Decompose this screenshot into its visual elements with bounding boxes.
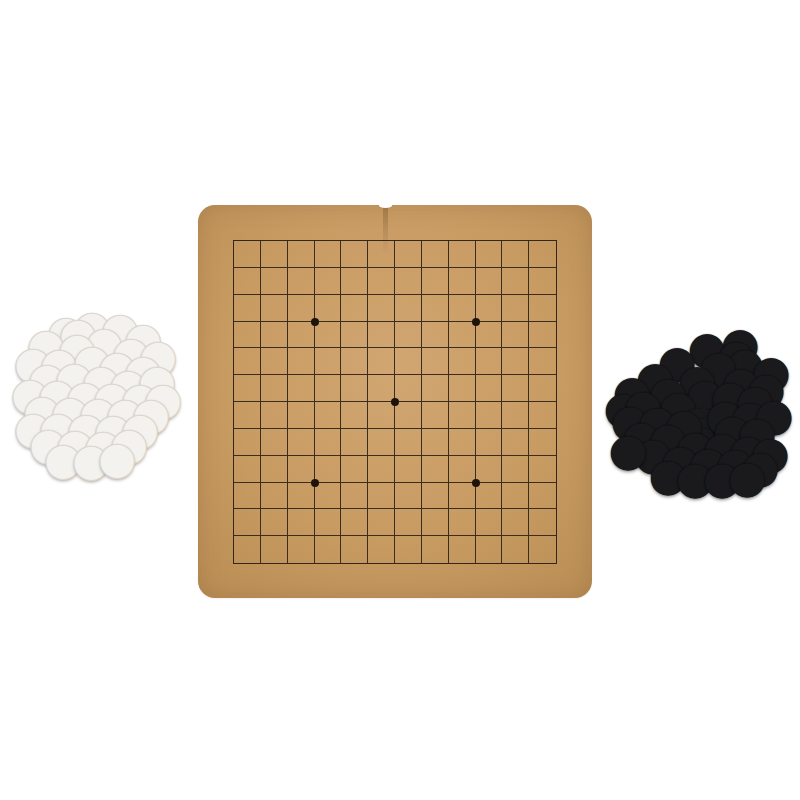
board-cell: [502, 536, 529, 563]
board-cell: [449, 241, 476, 268]
board-cell: [234, 322, 261, 349]
board-cell: [234, 456, 261, 483]
board-cell: [368, 536, 395, 563]
board-cell: [395, 268, 422, 295]
board-cell: [368, 375, 395, 402]
board-cell: [529, 536, 556, 563]
board-cell: [288, 456, 315, 483]
board-cell: [476, 429, 503, 456]
board-cell: [341, 509, 368, 536]
board-cell: [476, 348, 503, 375]
board-cell: [476, 456, 503, 483]
board-cell: [449, 483, 476, 510]
board-cell: [341, 268, 368, 295]
board-cell: [288, 509, 315, 536]
black-go-stone: ●: [731, 460, 763, 492]
board-cell: [395, 456, 422, 483]
board-cell: [288, 348, 315, 375]
board-cell: [315, 322, 342, 349]
star-point: [391, 398, 399, 406]
board-cell: [315, 375, 342, 402]
cloth-fold-notch: [379, 203, 392, 208]
board-cell: [502, 268, 529, 295]
board-cell: [529, 429, 556, 456]
go-board-grid: [233, 240, 557, 564]
board-cell: [449, 348, 476, 375]
board-cell: [449, 375, 476, 402]
board-cell: [341, 322, 368, 349]
board-cell: [395, 295, 422, 322]
board-cell: [476, 509, 503, 536]
board-cell: [288, 429, 315, 456]
board-cell: [341, 402, 368, 429]
board-cell: [341, 375, 368, 402]
board-cell: [341, 295, 368, 322]
board-cell: [234, 375, 261, 402]
board-cell: [476, 268, 503, 295]
board-cell: [368, 241, 395, 268]
board-cell: [234, 429, 261, 456]
board-cell: [288, 241, 315, 268]
board-cell: [261, 348, 288, 375]
board-cell: [341, 483, 368, 510]
board-cell: [261, 375, 288, 402]
board-cell: [422, 509, 449, 536]
board-cell: [341, 429, 368, 456]
board-cell: [315, 536, 342, 563]
board-cell: [315, 402, 342, 429]
board-cell: [368, 483, 395, 510]
board-cell: [476, 322, 503, 349]
board-cell: [502, 348, 529, 375]
board-cell: [476, 375, 503, 402]
board-cell: [368, 429, 395, 456]
board-cell: [476, 295, 503, 322]
board-cell: [502, 295, 529, 322]
board-cell: [288, 295, 315, 322]
board-cell: [395, 322, 422, 349]
board-cell: [341, 456, 368, 483]
board-cell: [422, 483, 449, 510]
board-cell: [288, 268, 315, 295]
board-cell: [261, 322, 288, 349]
board-cell: [395, 483, 422, 510]
board-cell: [502, 456, 529, 483]
board-cell: [422, 429, 449, 456]
board-cell: [234, 536, 261, 563]
board-cell: [529, 375, 556, 402]
board-cell: [529, 241, 556, 268]
board-cell: [261, 456, 288, 483]
board-cell: [449, 322, 476, 349]
board-cell: [368, 456, 395, 483]
board-cell: [368, 295, 395, 322]
board-cell: [261, 295, 288, 322]
board-cell: [261, 429, 288, 456]
board-cell: [449, 509, 476, 536]
board-cell: [422, 268, 449, 295]
board-cell: [234, 241, 261, 268]
board-cell: [315, 483, 342, 510]
board-cell: [422, 456, 449, 483]
go-set-product-photo: ●●●●●●●●●●●●●●●●●●●●●●●●●●●●●●●●●●●●●●●●…: [0, 0, 800, 800]
board-cell: [502, 322, 529, 349]
board-cell: [261, 483, 288, 510]
board-cell: [234, 348, 261, 375]
board-cell: [529, 348, 556, 375]
board-cell: [422, 295, 449, 322]
white-go-stone: ●: [101, 441, 133, 473]
board-cell: [315, 429, 342, 456]
board-cell: [288, 483, 315, 510]
board-cell: [422, 536, 449, 563]
board-cell: [395, 375, 422, 402]
board-cell: [422, 322, 449, 349]
board-cell: [395, 509, 422, 536]
board-cell: [288, 322, 315, 349]
board-cell: [368, 348, 395, 375]
star-point: [472, 479, 480, 487]
board-cell: [449, 268, 476, 295]
board-cell: [288, 402, 315, 429]
board-cell: [341, 241, 368, 268]
board-cell: [449, 536, 476, 563]
board-cell: [502, 241, 529, 268]
board-cell: [395, 348, 422, 375]
board-cell: [395, 402, 422, 429]
board-cell: [422, 348, 449, 375]
board-cell: [315, 241, 342, 268]
board-cell: [261, 509, 288, 536]
board-cell: [422, 375, 449, 402]
board-cell: [529, 268, 556, 295]
board-cell: [261, 241, 288, 268]
board-cell: [529, 509, 556, 536]
board-cell: [315, 295, 342, 322]
board-cell: [315, 268, 342, 295]
board-cell: [395, 429, 422, 456]
board-cell: [368, 268, 395, 295]
board-cell: [368, 322, 395, 349]
star-point: [311, 479, 319, 487]
board-cell: [449, 295, 476, 322]
board-cell: [341, 536, 368, 563]
board-cell: [502, 402, 529, 429]
board-cell: [476, 241, 503, 268]
board-cell: [529, 402, 556, 429]
board-cell: [395, 536, 422, 563]
board-cell: [502, 509, 529, 536]
board-cell: [449, 429, 476, 456]
black-go-stone: ●: [612, 433, 644, 465]
board-cell: [502, 375, 529, 402]
board-cell: [288, 375, 315, 402]
board-cell: [234, 402, 261, 429]
board-cell: [315, 509, 342, 536]
board-cell: [341, 348, 368, 375]
board-cell: [288, 536, 315, 563]
board-cell: [315, 348, 342, 375]
board-cell: [368, 509, 395, 536]
board-cell: [476, 402, 503, 429]
board-cell: [449, 456, 476, 483]
board-cell: [476, 536, 503, 563]
board-cell: [261, 268, 288, 295]
board-cell: [449, 402, 476, 429]
board-cell: [368, 402, 395, 429]
board-cell: [529, 483, 556, 510]
board-cell: [529, 456, 556, 483]
board-cell: [502, 483, 529, 510]
board-cell: [422, 402, 449, 429]
board-cell: [261, 402, 288, 429]
board-cell: [234, 509, 261, 536]
go-board-cloth: [198, 205, 592, 598]
star-point: [311, 318, 319, 326]
board-cell: [315, 456, 342, 483]
board-cell: [422, 241, 449, 268]
board-cell: [234, 483, 261, 510]
board-cell: [476, 483, 503, 510]
star-point: [472, 318, 480, 326]
board-cell: [502, 429, 529, 456]
board-cell: [234, 268, 261, 295]
board-cell: [395, 241, 422, 268]
board-cell: [234, 295, 261, 322]
board-cell: [529, 322, 556, 349]
board-cell: [261, 536, 288, 563]
board-cell: [529, 295, 556, 322]
